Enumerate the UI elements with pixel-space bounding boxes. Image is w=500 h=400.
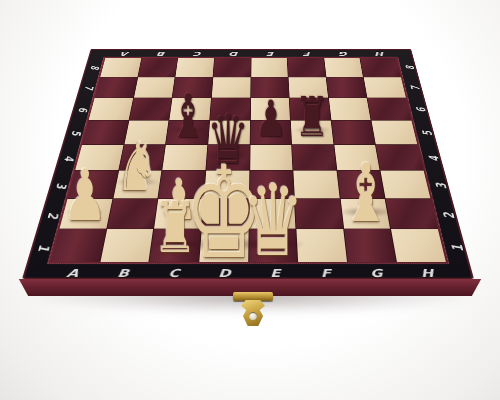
- rank-label-right-6: 6: [415, 107, 428, 112]
- square-g6[interactable]: [329, 98, 371, 120]
- rank-label-right-2: 2: [441, 212, 457, 219]
- rank-label-left-7: 7: [82, 85, 95, 90]
- file-label-top-h: H: [375, 51, 386, 56]
- rank-label-left-2: 2: [44, 212, 60, 219]
- rank-label-right-7: 7: [409, 85, 422, 90]
- file-label-top-g: G: [338, 51, 348, 56]
- square-h2[interactable]: [386, 199, 438, 229]
- file-label-bottom-b: B: [117, 268, 131, 279]
- square-h1[interactable]: [391, 229, 445, 262]
- square-a7[interactable]: [95, 77, 137, 97]
- square-b8[interactable]: [138, 58, 178, 77]
- file-label-bottom-f: F: [320, 268, 332, 279]
- square-c8[interactable]: [176, 58, 214, 77]
- rank-label-right-1: 1: [450, 244, 466, 251]
- square-h8[interactable]: [360, 58, 400, 77]
- square-g7[interactable]: [326, 77, 367, 97]
- square-f8[interactable]: [288, 58, 326, 77]
- rank-label-right-5: 5: [421, 130, 435, 135]
- file-label-top-f: F: [303, 51, 311, 56]
- square-e8[interactable]: [251, 58, 288, 77]
- rank-label-left-6: 6: [76, 107, 89, 112]
- file-label-top-e: E: [267, 51, 275, 56]
- rank-label-left-8: 8: [88, 65, 100, 69]
- piece-black-rook[interactable]: ♜: [295, 90, 330, 145]
- rank-label-left-1: 1: [35, 244, 51, 251]
- square-g8[interactable]: [324, 58, 363, 77]
- file-label-bottom-a: A: [66, 268, 81, 279]
- square-a6[interactable]: [89, 98, 133, 120]
- square-b1[interactable]: [100, 229, 153, 262]
- file-label-bottom-c: C: [168, 268, 181, 279]
- piece-white-queen[interactable]: ♛: [242, 171, 304, 270]
- square-a8[interactable]: [100, 58, 141, 77]
- square-h5[interactable]: [372, 120, 417, 144]
- rank-label-right-8: 8: [404, 65, 416, 69]
- square-d7[interactable]: [212, 77, 250, 97]
- square-d8[interactable]: [213, 58, 250, 77]
- square-b6[interactable]: [129, 98, 172, 120]
- clasp-bar: [233, 292, 273, 301]
- square-h6[interactable]: [368, 98, 412, 120]
- square-f1[interactable]: [297, 229, 347, 262]
- box-clasp: [233, 290, 273, 334]
- piece-white-pawn[interactable]: ♟: [63, 160, 108, 231]
- file-label-bottom-h: H: [420, 268, 435, 279]
- square-h7[interactable]: [364, 77, 406, 97]
- piece-black-pawn[interactable]: ♟: [255, 94, 286, 144]
- piece-white-bishop[interactable]: ♝: [340, 153, 391, 234]
- piece-black-bishop[interactable]: ♝: [169, 86, 207, 146]
- square-g5[interactable]: [331, 120, 375, 144]
- file-label-top-c: C: [193, 51, 202, 56]
- file-label-top-a: A: [120, 51, 130, 56]
- photo-scene: AABBCCDDEEFFGGHH1122334455667788 ♝♛♟♜♟♞♟…: [0, 0, 500, 400]
- rank-label-right-3: 3: [434, 183, 449, 189]
- file-label-top-b: B: [156, 51, 165, 56]
- rank-label-right-4: 4: [427, 155, 441, 161]
- piece-white-knight[interactable]: ♞: [116, 133, 159, 201]
- file-label-top-d: D: [229, 51, 238, 56]
- rank-label-left-5: 5: [69, 130, 83, 135]
- clasp-hole: [249, 312, 257, 320]
- file-label-bottom-g: G: [370, 268, 384, 279]
